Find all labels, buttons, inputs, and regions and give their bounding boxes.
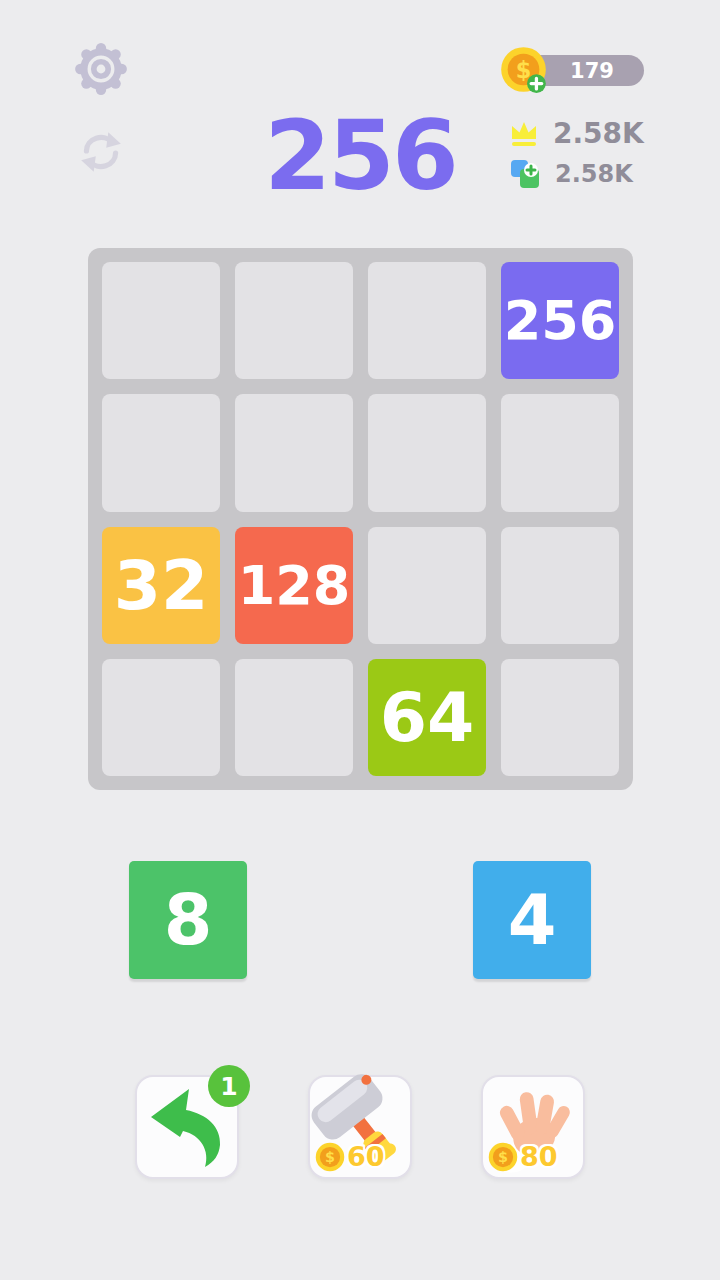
board-cell-r3c3[interactable] <box>501 659 619 776</box>
crown-icon <box>508 120 540 148</box>
gear-icon <box>72 40 130 98</box>
best-score-value: 2.58K <box>553 117 644 150</box>
board-cell-r1c1[interactable] <box>235 394 353 511</box>
board-cell-r2c3[interactable] <box>501 527 619 644</box>
hammer-price-value: 60 <box>347 1141 385 1172</box>
game-screen: 256 179 $ 2.58K 2.58K 256 <box>0 0 720 1280</box>
board-tile-32[interactable]: 32 <box>102 527 220 644</box>
board-cell-r1c3[interactable] <box>501 394 619 511</box>
queue-tile-8[interactable]: 8 <box>129 861 247 979</box>
board-cell-r1c0[interactable] <box>102 394 220 511</box>
settings-button[interactable] <box>72 40 130 98</box>
undo-button[interactable]: 1 <box>135 1075 239 1179</box>
coin-icon: $ <box>315 1142 345 1172</box>
board-tile-256[interactable]: 256 <box>501 262 619 379</box>
coin-icon: $ <box>500 46 547 93</box>
undo-count-badge: 1 <box>208 1065 250 1107</box>
best-score-row: 2.58K <box>508 117 644 150</box>
queue-tile-4[interactable]: 4 <box>473 861 591 979</box>
hammer-price: $ 60 <box>315 1141 385 1172</box>
tiles-stat-row: 2.58K <box>510 159 633 189</box>
board-cell-r0c1[interactable] <box>235 262 353 379</box>
board-cell-r1c2[interactable] <box>368 394 486 511</box>
board-cell-r3c1[interactable] <box>235 659 353 776</box>
game-board[interactable]: 256 32 128 64 <box>88 248 633 790</box>
board-cell-r0c0[interactable] <box>102 262 220 379</box>
hand-button[interactable]: $ 80 <box>481 1075 585 1179</box>
svg-text:$: $ <box>325 1149 335 1165</box>
board-cell-r2c2[interactable] <box>368 527 486 644</box>
hand-price-value: 80 <box>520 1141 558 1172</box>
hammer-button[interactable]: $ 60 <box>308 1075 412 1179</box>
board-tile-128[interactable]: 128 <box>235 527 353 644</box>
board-tile-64[interactable]: 64 <box>368 659 486 776</box>
tiles-stack-icon <box>510 159 540 189</box>
board-cell-r3c0[interactable] <box>102 659 220 776</box>
coin-icon: $ <box>488 1142 518 1172</box>
hand-price: $ 80 <box>488 1141 558 1172</box>
board-cell-r0c2[interactable] <box>368 262 486 379</box>
tiles-stat-value: 2.58K <box>555 160 633 188</box>
svg-text:$: $ <box>498 1149 508 1165</box>
coin-counter[interactable]: 179 $ <box>500 46 648 94</box>
